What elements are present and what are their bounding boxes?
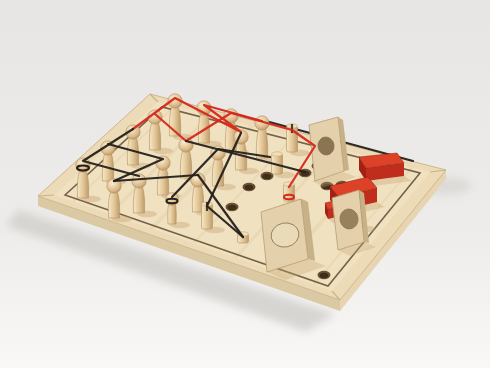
empty-hole-inner bbox=[228, 205, 237, 210]
empty-hole-inner bbox=[263, 174, 272, 179]
peg-body bbox=[133, 186, 144, 213]
peg-dowel-top bbox=[272, 152, 283, 156]
peg-body bbox=[157, 168, 168, 195]
pegboard-scene bbox=[0, 0, 490, 368]
peg-body bbox=[180, 150, 191, 178]
peg-body bbox=[256, 128, 267, 158]
photo-wooden-pegboard-game bbox=[0, 0, 490, 368]
peg-body bbox=[77, 170, 88, 198]
empty-hole-inner bbox=[320, 273, 329, 278]
empty-hole-inner bbox=[245, 185, 254, 190]
peg-body bbox=[168, 204, 177, 224]
peg-body bbox=[108, 191, 119, 218]
peg-body bbox=[149, 122, 160, 150]
